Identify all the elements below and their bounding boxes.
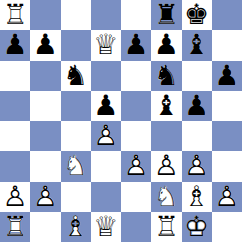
square-c1[interactable]: ♝♗ [61,212,91,242]
square-c6[interactable]: ♘♞ [61,61,91,91]
white-pawn-b2[interactable]: ♟♙ [30,182,60,212]
black-pawn-f7[interactable]: ♙♟ [151,30,181,60]
piece-glyph: ♕ [91,30,121,60]
square-a4[interactable] [0,121,30,151]
square-f1[interactable]: ♜♖ [151,212,181,242]
square-g7[interactable]: ♗♝ [182,30,212,60]
square-g6[interactable] [182,61,212,91]
white-knight-f2[interactable]: ♞♘ [151,182,181,212]
white-pawn-d4[interactable]: ♟♙ [91,121,121,151]
piece-glyph: ♗ [182,182,212,212]
white-pawn-g3[interactable]: ♟♙ [182,151,212,181]
square-c4[interactable] [61,121,91,151]
piece-glyph: ♞ [61,61,91,91]
white-queen-d1[interactable]: ♛♕ [91,212,121,242]
black-knight-f6[interactable]: ♘♞ [151,61,181,91]
square-h4[interactable] [212,121,242,151]
square-e1[interactable] [121,212,151,242]
piece-glyph: ♘ [61,151,91,181]
square-d5[interactable]: ♙♟ [91,91,121,121]
white-queen-d7[interactable]: ♛♕ [91,30,121,60]
white-rook-a1[interactable]: ♜♖ [0,212,30,242]
square-e7[interactable]: ♙♟ [121,30,151,60]
piece-glyph: ♖ [0,0,30,30]
square-b8[interactable] [30,0,60,30]
chess-board: ♜♖♖♜♔♚♙♟♙♟♛♕♙♟♙♟♗♝♘♞♘♞♙♟♙♟♗♝♙♟♟♙♞♘♟♙♟♙♟♙… [0,0,242,242]
square-a8[interactable]: ♜♖ [0,0,30,30]
black-pawn-d5[interactable]: ♙♟ [91,91,121,121]
square-f2[interactable]: ♞♘ [151,182,181,212]
square-c2[interactable] [61,182,91,212]
square-c3[interactable]: ♞♘ [61,151,91,181]
piece-glyph: ♟ [121,30,151,60]
piece-glyph: ♜ [151,0,181,30]
square-g4[interactable] [182,121,212,151]
black-pawn-g5[interactable]: ♙♟ [182,91,212,121]
piece-glyph: ♙ [121,151,151,181]
black-pawn-e7[interactable]: ♙♟ [121,30,151,60]
piece-glyph: ♗ [61,212,91,242]
square-g8[interactable]: ♔♚ [182,0,212,30]
square-f6[interactable]: ♘♞ [151,61,181,91]
square-g1[interactable]: ♚♔ [182,212,212,242]
square-d7[interactable]: ♛♕ [91,30,121,60]
square-a6[interactable] [0,61,30,91]
piece-glyph: ♟ [182,91,212,121]
square-h3[interactable] [212,151,242,181]
white-rook-f1[interactable]: ♜♖ [151,212,181,242]
white-knight-c3[interactable]: ♞♘ [61,151,91,181]
piece-glyph: ♙ [91,121,121,151]
piece-glyph: ♔ [182,212,212,242]
square-e6[interactable] [121,61,151,91]
square-c5[interactable] [61,91,91,121]
square-h2[interactable]: ♟♙ [212,182,242,212]
piece-glyph: ♝ [182,30,212,60]
piece-glyph: ♘ [151,182,181,212]
piece-glyph: ♞ [151,61,181,91]
square-f8[interactable]: ♖♜ [151,0,181,30]
piece-glyph: ♙ [30,182,60,212]
square-g5[interactable]: ♙♟ [182,91,212,121]
square-c7[interactable] [61,30,91,60]
piece-glyph: ♟ [151,30,181,60]
black-knight-c6[interactable]: ♘♞ [61,61,91,91]
square-d3[interactable] [91,151,121,181]
piece-glyph: ♟ [91,91,121,121]
piece-glyph: ♙ [151,151,181,181]
square-a2[interactable]: ♟♙ [0,182,30,212]
square-b3[interactable] [30,151,60,181]
square-e3[interactable]: ♟♙ [121,151,151,181]
square-e4[interactable] [121,121,151,151]
piece-glyph: ♙ [0,182,30,212]
square-f7[interactable]: ♙♟ [151,30,181,60]
white-king-g1[interactable]: ♚♔ [182,212,212,242]
black-king-g8[interactable]: ♔♚ [182,0,212,30]
black-bishop-g7[interactable]: ♗♝ [182,30,212,60]
square-h8[interactable] [212,0,242,30]
square-b2[interactable]: ♟♙ [30,182,60,212]
piece-glyph: ♟ [212,61,242,91]
white-bishop-g2[interactable]: ♝♗ [182,182,212,212]
square-h6[interactable]: ♙♟ [212,61,242,91]
piece-glyph: ♙ [182,151,212,181]
white-pawn-h2[interactable]: ♟♙ [212,182,242,212]
square-d8[interactable] [91,0,121,30]
square-f5[interactable]: ♗♝ [151,91,181,121]
piece-glyph: ♟ [30,30,60,60]
square-d4[interactable]: ♟♙ [91,121,121,151]
square-b6[interactable] [30,61,60,91]
square-e8[interactable] [121,0,151,30]
white-bishop-c1[interactable]: ♝♗ [61,212,91,242]
square-e2[interactable] [121,182,151,212]
square-b4[interactable] [30,121,60,151]
square-a1[interactable]: ♜♖ [0,212,30,242]
square-b1[interactable] [30,212,60,242]
square-b5[interactable] [30,91,60,121]
square-h5[interactable] [212,91,242,121]
square-d1[interactable]: ♛♕ [91,212,121,242]
square-g3[interactable]: ♟♙ [182,151,212,181]
square-a7[interactable]: ♙♟ [0,30,30,60]
square-h7[interactable] [212,30,242,60]
square-d2[interactable] [91,182,121,212]
square-d6[interactable] [91,61,121,91]
black-rook-f8[interactable]: ♖♜ [151,0,181,30]
chess-board-wrapper: ♜♖♖♜♔♚♙♟♙♟♛♕♙♟♙♟♗♝♘♞♘♞♙♟♙♟♗♝♙♟♟♙♞♘♟♙♟♙♟♙… [0,0,242,242]
square-f3[interactable]: ♟♙ [151,151,181,181]
black-pawn-b7[interactable]: ♙♟ [30,30,60,60]
white-pawn-a2[interactable]: ♟♙ [0,182,30,212]
piece-glyph: ♕ [91,212,121,242]
black-pawn-h6[interactable]: ♙♟ [212,61,242,91]
square-a3[interactable] [0,151,30,181]
square-a5[interactable] [0,91,30,121]
square-f4[interactable] [151,121,181,151]
piece-glyph: ♝ [151,91,181,121]
piece-glyph: ♙ [212,182,242,212]
square-c8[interactable] [61,0,91,30]
piece-glyph: ♖ [0,212,30,242]
white-pawn-f3[interactable]: ♟♙ [151,151,181,181]
black-bishop-f5[interactable]: ♗♝ [151,91,181,121]
square-h1[interactable] [212,212,242,242]
black-pawn-a7[interactable]: ♙♟ [0,30,30,60]
piece-glyph: ♟ [0,30,30,60]
square-e5[interactable] [121,91,151,121]
piece-glyph: ♖ [151,212,181,242]
square-g2[interactable]: ♝♗ [182,182,212,212]
white-rook-a8[interactable]: ♜♖ [0,0,30,30]
white-pawn-e3[interactable]: ♟♙ [121,151,151,181]
piece-glyph: ♚ [182,0,212,30]
square-b7[interactable]: ♙♟ [30,30,60,60]
